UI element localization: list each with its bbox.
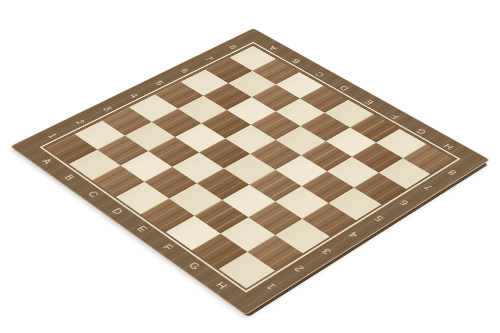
- board-3d-wrap: ABCDEFGH 87654321 87654321 ABCDEFGH: [80, 0, 420, 323]
- chess-board: ABCDEFGH 87654321 87654321 ABCDEFGH: [10, 28, 491, 315]
- board-field: [46, 46, 453, 289]
- product-photo-scene: ABCDEFGH 87654321 87654321 ABCDEFGH: [0, 0, 500, 333]
